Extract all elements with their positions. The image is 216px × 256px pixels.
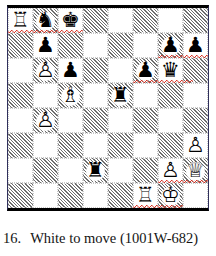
spellcheck-underline [133,205,183,208]
black-pawn: ♟ [33,33,58,58]
diagram-page: ♖♞♚♟♟♟♙♟♟♛♗♜♙♙♜♙♕♖♔ 16.White to move (10… [0,0,216,256]
square-d3 [83,133,108,158]
square-d2: ♜ [83,158,108,183]
square-f3 [133,133,158,158]
square-e4 [108,108,133,133]
square-f8 [133,8,158,33]
square-a3 [8,133,33,158]
square-a2 [8,158,33,183]
square-c7 [58,33,83,58]
square-f2 [133,158,158,183]
square-c2 [58,158,83,183]
square-c4 [58,108,83,133]
square-e7 [108,33,133,58]
diagram-number: 16. [3,230,21,246]
white-bishop: ♗ [58,83,83,108]
square-h1 [183,183,208,208]
black-rook: ♜ [108,83,133,108]
square-a4 [8,108,33,133]
square-c5: ♗ [58,83,83,108]
square-b3 [33,133,58,158]
black-rook: ♜ [83,158,108,183]
spellcheck-underline [8,30,33,33]
square-b1 [33,183,58,208]
square-f4 [133,108,158,133]
square-b4: ♙ [33,108,58,133]
square-b2 [33,158,58,183]
square-f5 [133,83,158,108]
square-e3 [108,133,133,158]
square-b7: ♟ [33,33,58,58]
square-d1 [83,183,108,208]
square-a7 [8,33,33,58]
square-f7 [133,33,158,58]
square-g8 [158,8,183,33]
spellcheck-underline [33,30,83,33]
caption-text: White to move (1001W-682) [30,230,198,246]
square-c3 [58,133,83,158]
square-h4 [183,108,208,133]
square-e2 [108,158,133,183]
square-g3 [158,133,183,158]
square-e5: ♜ [108,83,133,108]
square-a5 [8,83,33,108]
spellcheck-underline [158,55,208,58]
square-h5 [183,83,208,108]
square-d5 [83,83,108,108]
square-d6 [83,58,108,83]
square-d4 [83,108,108,133]
white-pawn: ♙ [33,108,58,133]
square-e1 [108,183,133,208]
spellcheck-underline [158,180,208,183]
square-g5 [158,83,183,108]
spellcheck-underline [133,80,193,83]
square-d7 [83,33,108,58]
square-b5 [33,83,58,108]
chess-board: ♖♞♚♟♟♟♙♟♟♛♗♜♙♙♜♙♕♖♔ [8,8,208,208]
board-frame: ♖♞♚♟♟♟♙♟♟♛♗♜♙♙♜♙♕♖♔ [7,5,209,211]
square-h8 [183,8,208,33]
white-pawn: ♙ [183,133,208,158]
square-d8 [83,8,108,33]
square-e6 [108,58,133,83]
square-h3: ♙ [183,133,208,158]
diagram-caption: 16.White to move (1001W-682) [3,230,198,247]
square-g4 [158,108,183,133]
square-a1 [8,183,33,208]
square-b6: ♙ [33,58,58,83]
square-e8 [108,8,133,33]
square-a6 [8,58,33,83]
black-pawn: ♟ [58,58,83,83]
square-c6: ♟ [58,58,83,83]
white-pawn: ♙ [33,58,58,83]
square-c1 [58,183,83,208]
